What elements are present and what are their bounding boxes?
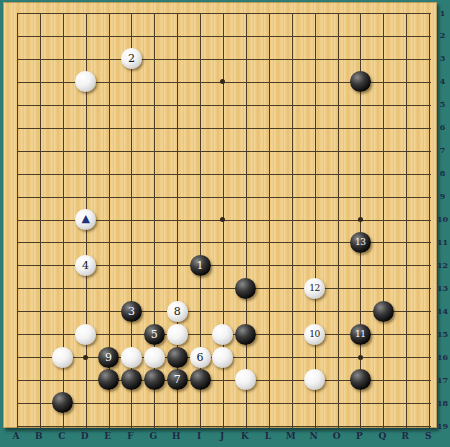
column-label-I: I (192, 431, 206, 441)
move-number: 3 (128, 306, 135, 317)
row-label-19: 19 (435, 421, 450, 431)
row-label-15: 15 (435, 329, 450, 339)
column-label-G: G (146, 431, 160, 441)
black-stone-F14: 3 (121, 301, 142, 322)
row-label-4: 4 (435, 76, 450, 86)
row-label-18: 18 (435, 398, 450, 408)
black-stone-I17 (190, 369, 211, 390)
white-stone-K17 (235, 369, 256, 390)
white-stone-G16 (144, 347, 165, 368)
move-number: 8 (174, 306, 181, 317)
row-label-7: 7 (435, 145, 450, 155)
column-label-M: M (284, 431, 298, 441)
row-label-3: 3 (435, 53, 450, 63)
column-label-J: J (215, 431, 229, 441)
black-stone-P15: 11 (350, 324, 371, 345)
row-label-16: 16 (435, 352, 450, 362)
black-stone-C18 (52, 392, 73, 413)
white-stone-F16 (121, 347, 142, 368)
white-stone-I16: 6 (190, 347, 211, 368)
column-label-R: R (398, 431, 412, 441)
black-stone-P4 (350, 71, 371, 92)
move-number: 7 (174, 374, 181, 385)
move-number: 9 (105, 352, 112, 363)
row-label-2: 2 (435, 30, 450, 40)
move-number: 2 (128, 53, 135, 64)
move-number: 5 (151, 329, 158, 340)
column-label-C: C (55, 431, 69, 441)
column-label-A: A (9, 431, 23, 441)
row-label-11: 11 (435, 237, 450, 247)
black-stone-Q14 (373, 301, 394, 322)
row-label-17: 17 (435, 375, 450, 385)
row-label-1: 1 (435, 8, 450, 18)
row-label-12: 12 (435, 260, 450, 270)
black-stone-G15: 5 (144, 324, 165, 345)
row-label-9: 9 (435, 191, 450, 201)
row-label-10: 10 (435, 214, 450, 224)
row-label-14: 14 (435, 306, 450, 316)
white-stone-N15: 10 (304, 324, 325, 345)
white-stone-N13: 12 (304, 278, 325, 299)
triangle-marker-icon: ▲ (81, 213, 89, 224)
column-label-N: N (307, 431, 321, 441)
stones-layer: 2▲1341123851011967 (6, 2, 441, 438)
white-stone-J16 (212, 347, 233, 368)
row-label-8: 8 (435, 168, 450, 178)
black-stone-P11: 13 (350, 232, 371, 253)
move-number: 6 (197, 352, 204, 363)
black-stone-K15 (235, 324, 256, 345)
black-stone-K13 (235, 278, 256, 299)
black-stone-G17 (144, 369, 165, 390)
move-number: 1 (197, 260, 204, 271)
white-stone-N17 (304, 369, 325, 390)
white-stone-H15 (167, 324, 188, 345)
white-stone-D15 (75, 324, 96, 345)
white-stone-D12: 4 (75, 255, 96, 276)
column-label-E: E (101, 431, 115, 441)
column-label-S: S (421, 431, 435, 441)
black-stone-P17 (350, 369, 371, 390)
column-label-D: D (78, 431, 92, 441)
black-stone-F17 (121, 369, 142, 390)
column-label-P: P (353, 431, 367, 441)
white-stone-J15 (212, 324, 233, 345)
black-stone-E16: 9 (98, 347, 119, 368)
row-label-5: 5 (435, 99, 450, 109)
black-stone-H17: 7 (167, 369, 188, 390)
move-number: 4 (82, 260, 89, 271)
row-label-6: 6 (435, 122, 450, 132)
move-number: 13 (355, 238, 365, 247)
column-label-F: F (124, 431, 138, 441)
row-label-13: 13 (435, 283, 450, 293)
column-label-K: K (238, 431, 252, 441)
move-number: 11 (355, 330, 365, 339)
black-stone-E17 (98, 369, 119, 390)
go-board-frame: 2▲1341123851011967 ABCDEFGHIJKLMNOPQRS 1… (0, 0, 450, 447)
go-board[interactable]: 2▲1341123851011967 (3, 2, 437, 428)
column-label-L: L (261, 431, 275, 441)
move-number: 12 (309, 284, 319, 293)
column-label-Q: Q (375, 431, 389, 441)
column-label-H: H (169, 431, 183, 441)
column-label-O: O (330, 431, 344, 441)
white-stone-D10: ▲ (75, 209, 96, 230)
white-stone-C16 (52, 347, 73, 368)
column-label-B: B (32, 431, 46, 441)
white-stone-H14: 8 (167, 301, 188, 322)
move-number: 10 (309, 330, 319, 339)
white-stone-D4 (75, 71, 96, 92)
black-stone-H16 (167, 347, 188, 368)
black-stone-I12: 1 (190, 255, 211, 276)
white-stone-F3: 2 (121, 48, 142, 69)
